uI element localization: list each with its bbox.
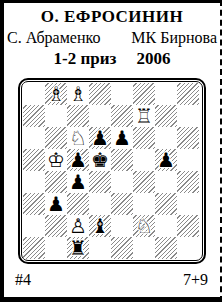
- square-c2: ♙: [67, 215, 89, 237]
- piece-white-bishop-c8: ♗: [67, 83, 89, 105]
- square-a5: [23, 149, 45, 171]
- piece-black-pawn-d6: ♟: [89, 127, 111, 149]
- square-c6: ♘: [67, 127, 89, 149]
- square-d7: [89, 105, 111, 127]
- square-g6: [155, 127, 177, 149]
- square-f4: [133, 171, 155, 193]
- square-d4: [89, 171, 111, 193]
- piece-white-bishop-b8: ♗: [45, 83, 67, 105]
- square-g8: [155, 83, 177, 105]
- piece-white-king-b5: ♔: [45, 149, 67, 171]
- piece-black-pawn-c5: ♟: [67, 149, 89, 171]
- square-a7: [23, 105, 45, 127]
- diagram-header: О. ЕФРОСИНИН С. Абраменко МК Бирнова 1-2…: [4, 3, 220, 69]
- square-h3: [177, 193, 199, 215]
- square-b3: ♟: [45, 193, 67, 215]
- square-g4: [155, 171, 177, 193]
- piece-black-pawn-b3: ♟: [45, 193, 67, 215]
- square-h6: [177, 127, 199, 149]
- piece-black-rook-c1: ♜: [67, 237, 89, 259]
- chessboard-inner-frame: ♗♗♖♘♟♟♔♟♚♟♟♟♙♝♘♜: [21, 81, 203, 261]
- square-d3: [89, 193, 111, 215]
- square-c8: ♗: [67, 83, 89, 105]
- square-d2: ♝: [89, 215, 111, 237]
- square-b6: [45, 127, 67, 149]
- square-h1: [177, 237, 199, 259]
- caption-row: #4 7+9: [4, 270, 220, 290]
- square-e4: [111, 171, 133, 193]
- square-h5: [177, 149, 199, 171]
- square-b4: [45, 171, 67, 193]
- square-a1: [23, 237, 45, 259]
- square-e2: [111, 215, 133, 237]
- chessboard-frame: ♗♗♖♘♟♟♔♟♚♟♟♟♙♝♘♜: [18, 78, 206, 264]
- piece-black-pawn-g5: ♟: [155, 149, 177, 171]
- square-f2: ♘: [133, 215, 155, 237]
- square-f5: [133, 149, 155, 171]
- square-e3: [111, 193, 133, 215]
- tourney-line: С. Абраменко МК Бирнова: [4, 27, 220, 48]
- piece-black-pawn-c4: ♟: [67, 171, 89, 193]
- square-f7: ♖: [133, 105, 155, 127]
- square-e6: ♟: [111, 127, 133, 149]
- square-h2: [177, 215, 199, 237]
- square-h4: [177, 171, 199, 193]
- material-count: 7+9: [183, 270, 208, 290]
- square-d8: [89, 83, 111, 105]
- piece-white-pawn-c2: ♙: [67, 215, 89, 237]
- square-c4: ♟: [67, 171, 89, 193]
- square-g7: [155, 105, 177, 127]
- square-d1: [89, 237, 111, 259]
- square-g1: [155, 237, 177, 259]
- square-e8: [111, 83, 133, 105]
- square-f1: [133, 237, 155, 259]
- square-h7: [177, 105, 199, 127]
- square-c7: [67, 105, 89, 127]
- square-b5: ♔: [45, 149, 67, 171]
- piece-white-rook-f7: ♖: [133, 105, 155, 127]
- square-g3: [155, 193, 177, 215]
- square-a2: [23, 215, 45, 237]
- piece-black-bishop-d2: ♝: [89, 215, 111, 237]
- square-b7: [45, 105, 67, 127]
- square-d6: ♟: [89, 127, 111, 149]
- piece-black-pawn-e6: ♟: [111, 127, 133, 149]
- piece-white-knight-c6: ♘: [67, 127, 89, 149]
- square-a3: [23, 193, 45, 215]
- square-f3: [133, 193, 155, 215]
- square-c1: ♜: [67, 237, 89, 259]
- award-line: 1-2 приз 2006: [4, 48, 220, 69]
- dedication-text: С. Абраменко: [7, 27, 100, 48]
- award-text: 1-2 приз: [54, 48, 117, 69]
- square-e5: [111, 149, 133, 171]
- square-f8: [133, 83, 155, 105]
- square-h8: [177, 83, 199, 105]
- chessboard: ♗♗♖♘♟♟♔♟♚♟♟♟♙♝♘♜: [23, 83, 199, 259]
- square-b2: [45, 215, 67, 237]
- square-c3: [67, 193, 89, 215]
- square-g5: ♟: [155, 149, 177, 171]
- square-f6: [133, 127, 155, 149]
- piece-white-knight-f2: ♘: [133, 215, 155, 237]
- square-e7: [111, 105, 133, 127]
- square-d5: ♚: [89, 149, 111, 171]
- problem-card: О. ЕФРОСИНИН С. Абраменко МК Бирнова 1-2…: [0, 0, 222, 302]
- piece-black-king-d5: ♚: [89, 149, 111, 171]
- square-a8: [23, 83, 45, 105]
- tourney-name: МК Бирнова: [131, 27, 217, 48]
- square-e1: [111, 237, 133, 259]
- square-g2: [155, 215, 177, 237]
- square-c5: ♟: [67, 149, 89, 171]
- square-b1: [45, 237, 67, 259]
- square-b8: ♗: [45, 83, 67, 105]
- author-name: О. ЕФРОСИНИН: [4, 6, 220, 27]
- square-a4: [23, 171, 45, 193]
- square-a6: [23, 127, 45, 149]
- stipulation-text: #4: [15, 270, 31, 290]
- award-year: 2006: [136, 48, 170, 69]
